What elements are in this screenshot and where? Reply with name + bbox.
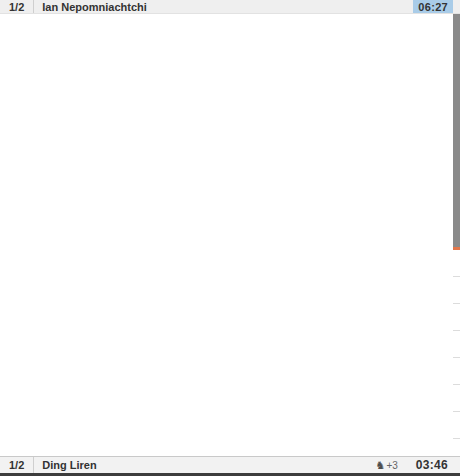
move-list-edge	[453, 250, 460, 456]
chess-board	[0, 14, 453, 456]
top-player-result: 1/2	[0, 0, 34, 13]
knight-icon: ♞	[376, 459, 386, 472]
top-player-clock: 06:27	[413, 0, 453, 13]
top-player-name: Ian Nepomniachtchi	[42, 1, 147, 13]
top-player-bar: 1/2 Ian Nepomniachtchi 06:27	[0, 0, 460, 14]
scrollbar-thumb[interactable]	[453, 14, 460, 247]
scrollbar	[453, 14, 460, 456]
material-advantage: ♞ +3	[376, 459, 398, 472]
bottom-player-result: 1/2	[0, 457, 34, 473]
bottom-player-bar: 1/2 Ding Liren ♞ +3 03:46	[0, 456, 460, 473]
bottom-player-clock: 03:46	[412, 457, 452, 473]
material-advantage-value: +3	[386, 460, 397, 471]
bottom-player-name: Ding Liren	[42, 459, 96, 471]
